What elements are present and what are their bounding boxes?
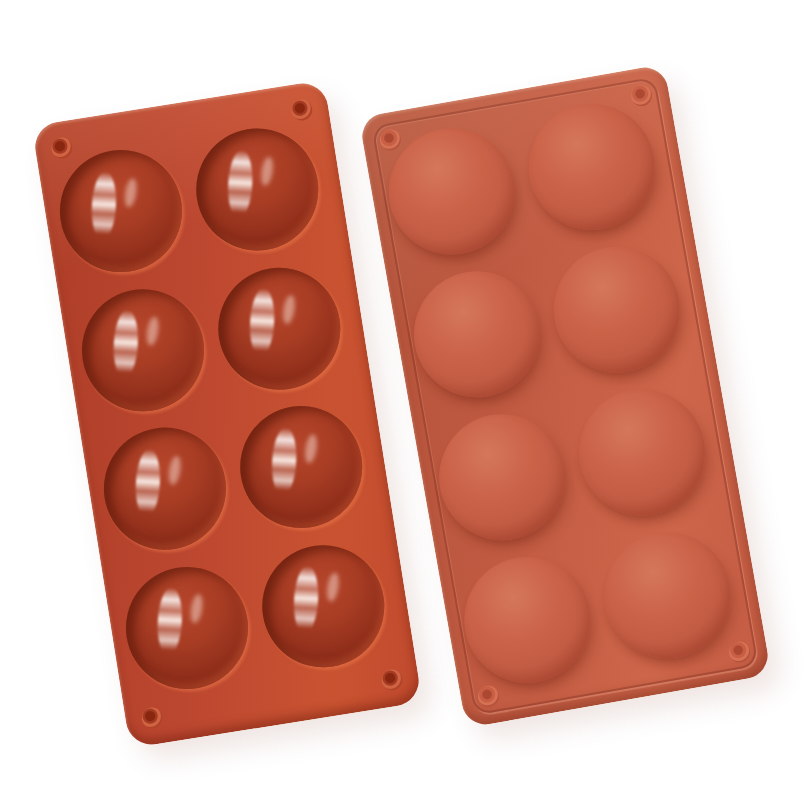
half-sphere-cavity <box>95 419 235 559</box>
half-sphere-cavity <box>117 558 257 698</box>
half-sphere-dome <box>569 379 715 525</box>
cavity-grid <box>42 110 403 708</box>
half-sphere-dome <box>379 118 525 264</box>
half-sphere-cavity <box>51 142 191 282</box>
half-sphere-cavity <box>231 397 371 537</box>
half-sphere-dome <box>404 261 550 407</box>
silicone-mold-cavity-side <box>32 80 423 749</box>
dome-grid <box>369 83 749 704</box>
half-sphere-cavity <box>209 259 349 399</box>
silicone-mold-back-side <box>359 64 772 728</box>
half-sphere-dome <box>429 404 575 550</box>
half-sphere-cavity <box>73 280 213 420</box>
half-sphere-dome <box>519 93 665 239</box>
half-sphere-cavity <box>188 120 328 260</box>
corner-hang-hole-icon <box>380 668 404 692</box>
half-sphere-dome <box>544 236 690 382</box>
half-sphere-dome <box>594 522 740 668</box>
half-sphere-dome <box>454 546 600 692</box>
corner-hang-hole-icon <box>140 706 164 730</box>
half-sphere-cavity <box>253 536 393 676</box>
product-photo <box>0 0 806 806</box>
